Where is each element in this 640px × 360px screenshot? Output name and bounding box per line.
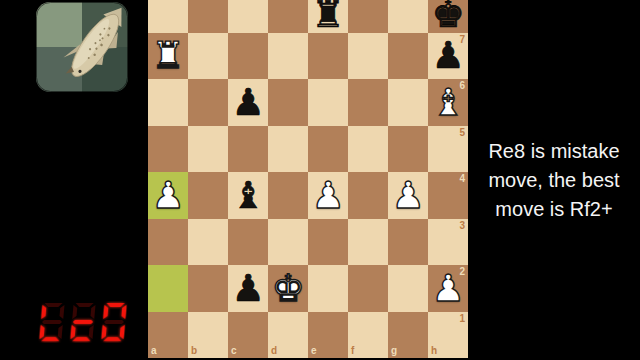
black-bishop-piece: ♝ xyxy=(231,177,264,214)
square-e1[interactable]: e xyxy=(308,312,348,359)
file-label-h: h xyxy=(431,346,437,356)
annotation-line: Re8 is mistake xyxy=(468,137,640,166)
square-g4[interactable]: ♟ xyxy=(388,172,428,219)
square-f6[interactable] xyxy=(348,79,388,126)
fish-avatar-image xyxy=(36,2,128,92)
square-c2[interactable]: ♟ xyxy=(228,265,268,312)
rank-label-7: 7 xyxy=(459,35,465,45)
square-d3[interactable] xyxy=(268,219,308,266)
square-e6[interactable] xyxy=(308,79,348,126)
square-e8[interactable]: ♜ xyxy=(308,0,348,33)
rank-label-6: 6 xyxy=(459,81,465,91)
channel-avatar[interactable] xyxy=(36,2,128,92)
rank-label-4: 4 xyxy=(459,174,465,184)
square-e2[interactable] xyxy=(308,265,348,312)
square-f5[interactable] xyxy=(348,126,388,173)
file-label-b: b xyxy=(191,346,197,356)
square-h3[interactable]: 3 xyxy=(428,219,468,266)
rank-label-1: 1 xyxy=(459,314,465,324)
file-label-f: f xyxy=(351,346,354,356)
square-a8[interactable] xyxy=(148,0,188,33)
square-g3[interactable] xyxy=(388,219,428,266)
annotation-line: move, the best xyxy=(468,166,640,195)
square-g1[interactable]: g xyxy=(388,312,428,359)
square-f8[interactable] xyxy=(348,0,388,33)
square-b3[interactable] xyxy=(188,219,228,266)
square-d1[interactable]: d xyxy=(268,312,308,359)
seven-segment-char xyxy=(69,301,97,343)
white-rook-piece: ♜ xyxy=(151,37,184,74)
white-pawn-piece: ♟ xyxy=(151,177,184,214)
square-f4[interactable] xyxy=(348,172,388,219)
square-f3[interactable] xyxy=(348,219,388,266)
rank-label-2: 2 xyxy=(459,267,465,277)
square-b6[interactable] xyxy=(188,79,228,126)
square-d5[interactable] xyxy=(268,126,308,173)
square-e5[interactable] xyxy=(308,126,348,173)
square-c1[interactable]: c xyxy=(228,312,268,359)
move-annotation-text: Re8 is mistake move, the best move is Rf… xyxy=(468,137,640,224)
white-pawn-piece: ♟ xyxy=(311,177,344,214)
square-g8[interactable] xyxy=(388,0,428,33)
annotation-line: move is Rf2+ xyxy=(468,195,640,224)
square-f2[interactable] xyxy=(348,265,388,312)
square-d2[interactable]: ♚ xyxy=(268,265,308,312)
white-king-piece: ♚ xyxy=(271,270,304,307)
square-g2[interactable] xyxy=(388,265,428,312)
square-a2[interactable] xyxy=(148,265,188,312)
square-h1[interactable]: 1h xyxy=(428,312,468,359)
black-pawn-piece: ♟ xyxy=(431,37,464,74)
engine-name-display xyxy=(38,301,128,343)
square-g5[interactable] xyxy=(388,126,428,173)
square-b1[interactable]: b xyxy=(188,312,228,359)
seven-segment-char xyxy=(100,301,128,343)
black-king-piece: ♚ xyxy=(431,0,464,33)
square-c8[interactable] xyxy=(228,0,268,33)
black-pawn-piece: ♟ xyxy=(231,270,264,307)
square-b4[interactable] xyxy=(188,172,228,219)
black-rook-piece: ♜ xyxy=(311,0,344,33)
white-pawn-piece: ♟ xyxy=(431,270,464,307)
square-b5[interactable] xyxy=(188,126,228,173)
square-d6[interactable] xyxy=(268,79,308,126)
file-label-c: c xyxy=(231,346,237,356)
square-h2[interactable]: ♟2 xyxy=(428,265,468,312)
square-e7[interactable] xyxy=(308,33,348,80)
square-e4[interactable]: ♟ xyxy=(308,172,348,219)
square-b2[interactable] xyxy=(188,265,228,312)
white-bishop-piece: ♝ xyxy=(431,84,464,121)
square-f1[interactable]: f xyxy=(348,312,388,359)
square-h4[interactable]: 4 xyxy=(428,172,468,219)
square-a4[interactable]: ♟ xyxy=(148,172,188,219)
square-f7[interactable] xyxy=(348,33,388,80)
square-a5[interactable] xyxy=(148,126,188,173)
square-c5[interactable] xyxy=(228,126,268,173)
square-h6[interactable]: ♝6 xyxy=(428,79,468,126)
video-frame: ♜♚8♜♟7♟♝65♟♝♟♟43♟♚♟2abcdefg1h Re8 is mis… xyxy=(0,0,640,360)
rank-label-5: 5 xyxy=(459,128,465,138)
rank-label-3: 3 xyxy=(459,221,465,231)
white-pawn-piece: ♟ xyxy=(391,177,424,214)
square-d8[interactable] xyxy=(268,0,308,33)
chess-board: ♜♚8♜♟7♟♝65♟♝♟♟43♟♚♟2abcdefg1h xyxy=(148,0,468,358)
square-e3[interactable] xyxy=(308,219,348,266)
seven-segment-char xyxy=(38,301,66,343)
square-d4[interactable] xyxy=(268,172,308,219)
square-b7[interactable] xyxy=(188,33,228,80)
file-label-a: a xyxy=(151,346,157,356)
square-a3[interactable] xyxy=(148,219,188,266)
square-a1[interactable]: a xyxy=(148,312,188,359)
square-h8[interactable]: ♚8 xyxy=(428,0,468,33)
file-label-e: e xyxy=(311,346,317,356)
square-c3[interactable] xyxy=(228,219,268,266)
square-b8[interactable] xyxy=(188,0,228,33)
square-g7[interactable] xyxy=(388,33,428,80)
file-label-d: d xyxy=(271,346,277,356)
square-h7[interactable]: ♟7 xyxy=(428,33,468,80)
file-label-g: g xyxy=(391,346,397,356)
square-g6[interactable] xyxy=(388,79,428,126)
square-c4[interactable]: ♝ xyxy=(228,172,268,219)
square-c6[interactable]: ♟ xyxy=(228,79,268,126)
square-d7[interactable] xyxy=(268,33,308,80)
square-a6[interactable] xyxy=(148,79,188,126)
square-c7[interactable] xyxy=(228,33,268,80)
black-pawn-piece: ♟ xyxy=(231,84,264,121)
square-a7[interactable]: ♜ xyxy=(148,33,188,80)
square-h5[interactable]: 5 xyxy=(428,126,468,173)
